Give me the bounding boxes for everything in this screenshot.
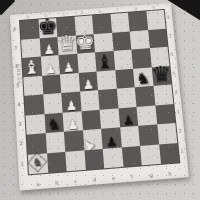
square-c1 (65, 150, 85, 171)
square-f8 (110, 13, 130, 33)
square-c8 (56, 17, 75, 37)
square-f3: ♟ (118, 106, 138, 127)
square-c6: ♟ (59, 54, 79, 74)
square-d2: ♟ (82, 129, 102, 150)
square-b7: ♟ (39, 37, 58, 57)
coordinate-label: g (142, 172, 161, 179)
square-h5: ♛ (151, 66, 171, 86)
white-pawn-c3: ♟ (66, 118, 79, 132)
coordinate-label: a (28, 181, 47, 188)
coordinate-label: 3 (176, 102, 181, 122)
square-h3 (155, 104, 175, 125)
square-b3: ♞ (44, 112, 64, 133)
square-e8 (92, 14, 112, 34)
square-c7: ♛ (57, 35, 76, 55)
coordinate-label: 8 (166, 9, 171, 28)
square-d6 (77, 52, 97, 72)
square-a8 (20, 19, 39, 39)
coordinate-label: f (123, 174, 142, 181)
black-pawn-e2: ♟ (105, 134, 118, 148)
white-bishop-a6: ♝ (23, 57, 41, 77)
square-b1 (47, 151, 67, 172)
square-a5 (23, 75, 43, 95)
square-c2 (64, 130, 84, 151)
square-d8 (74, 15, 93, 35)
coordinate-label: 5 (172, 64, 177, 83)
square-e1 (103, 147, 123, 168)
square-g7 (130, 30, 150, 50)
coordinate-label: e (104, 175, 123, 182)
square-h1 (159, 143, 180, 164)
white-pawn-c6: ♟ (62, 60, 74, 73)
square-d5: ♟ (78, 71, 98, 91)
square-b2 (45, 132, 65, 153)
square-f1 (121, 145, 141, 166)
white-pawn-b7: ♟ (43, 43, 55, 56)
square-c4: ♟ (61, 92, 81, 113)
coordinate-label: b (47, 180, 66, 187)
square-d4 (80, 90, 100, 111)
white-pawn-b6: ♟ (44, 62, 56, 75)
coordinate-label: 2 (177, 122, 182, 142)
square-g6 (131, 48, 151, 68)
square-d1 (84, 148, 104, 169)
square-a3 (25, 114, 45, 135)
black-knight-b3: ♞ (46, 116, 61, 133)
square-f6 (113, 50, 133, 70)
white-queen-c7: ♛ (57, 33, 78, 55)
square-a7 (21, 38, 40, 58)
square-e2: ♟ (101, 127, 121, 148)
square-e5 (96, 70, 116, 90)
square-h6 (149, 47, 169, 67)
square-c3: ♟ (63, 111, 83, 132)
square-d7: ♚ (75, 34, 95, 54)
square-a6: ♝ (22, 57, 41, 77)
square-e3 (100, 108, 120, 129)
white-pawn-c4: ♟ (65, 98, 78, 112)
square-g8 (128, 11, 148, 31)
chess-board: CHESS ♚♟♛♚♝♟♟♝♟♞♛♟♞♟♟♟♟♞ abcdefgh abcdef… (10, 3, 189, 191)
square-h4 (153, 84, 173, 105)
white-pawn-d5: ♟ (82, 78, 95, 92)
black-pawn-f3: ♟ (122, 113, 135, 127)
black-bishop-e6: ♝ (96, 51, 114, 71)
square-h7 (148, 28, 168, 48)
square-b6: ♟ (40, 55, 60, 75)
square-e7 (93, 32, 113, 52)
square-g4 (135, 86, 155, 107)
square-e6: ♝ (95, 51, 115, 71)
square-g1 (140, 144, 161, 165)
coordinate-label: c (66, 178, 85, 185)
coordinate-label: 7 (14, 39, 18, 58)
coordinate-label: 1 (20, 154, 24, 174)
coordinate-label: 7 (168, 27, 173, 46)
coordinate-label: 3 (18, 114, 22, 134)
coordinate-label: h (160, 171, 179, 178)
square-d3 (81, 109, 101, 130)
square-g2 (138, 124, 158, 145)
square-c5 (60, 73, 80, 93)
coordinate-label: 1 (179, 141, 184, 161)
square-g5: ♞ (133, 67, 153, 87)
square-h2 (157, 123, 178, 144)
square-b8: ♚ (38, 18, 57, 38)
coordinate-label: d (85, 177, 104, 184)
black-knight-g5: ♞ (135, 70, 151, 87)
square-f2 (120, 126, 140, 147)
coordinate-label: 4 (17, 95, 21, 115)
square-f5 (115, 68, 135, 88)
coordinate-label: 6 (170, 45, 175, 64)
coordinate-label: 2 (19, 134, 23, 154)
coordinate-label: 6 (15, 57, 19, 76)
square-e4 (98, 89, 118, 110)
square-b4 (43, 93, 63, 114)
square-g3 (136, 105, 156, 126)
square-b5 (42, 74, 62, 94)
coordinate-label: 8 (13, 20, 17, 39)
photo-scene: CHESS ♚♟♛♚♝♟♟♝♟♞♛♟♞♟♟♟♟♞ abcdefgh abcdef… (0, 0, 200, 200)
board-knight-emblem-icon: ♞ (32, 156, 44, 169)
square-a1: ♞ (28, 153, 48, 174)
square-f7 (112, 31, 132, 51)
coordinate-label: 4 (174, 83, 179, 102)
square-f4 (116, 87, 136, 108)
black-queen-h5: ♛ (150, 63, 172, 86)
square-h8 (146, 10, 166, 30)
square-a4 (24, 94, 44, 115)
board-grid: ♚♟♛♚♝♟♟♝♟♞♛♟♞♟♟♟♟♞ (19, 9, 180, 175)
